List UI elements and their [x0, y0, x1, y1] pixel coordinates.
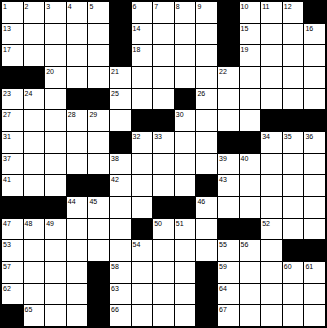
black-square: [304, 110, 325, 131]
clue-number: 48: [25, 219, 33, 228]
grid-cell[interactable]: [132, 197, 153, 218]
grid-cell[interactable]: [67, 305, 88, 326]
clue-number: 45: [89, 197, 97, 206]
grid-cell[interactable]: 47: [2, 219, 23, 240]
grid-cell[interactable]: [218, 89, 239, 110]
grid-cell[interactable]: [175, 305, 196, 326]
clue-number: 18: [133, 45, 141, 54]
clue-number: 8: [176, 2, 180, 11]
crossword-grid: 1234567891011121314151617181920212223242…: [0, 0, 327, 328]
grid-cell[interactable]: [24, 240, 45, 261]
grid-cell[interactable]: 34: [261, 132, 282, 153]
grid-cell[interactable]: [153, 24, 174, 45]
grid-cell[interactable]: [240, 67, 261, 88]
grid-cell[interactable]: 13: [2, 24, 23, 45]
grid-cell[interactable]: [283, 219, 304, 240]
grid-cell[interactable]: [132, 67, 153, 88]
grid-cell[interactable]: [175, 240, 196, 261]
clue-number: 25: [111, 89, 119, 98]
clue-number: 31: [3, 132, 11, 141]
black-square: [196, 262, 217, 283]
grid-cell[interactable]: 5: [88, 2, 109, 23]
grid-cell[interactable]: [240, 305, 261, 326]
grid-cell[interactable]: [153, 154, 174, 175]
grid-cell[interactable]: [304, 305, 325, 326]
grid-cell[interactable]: [261, 240, 282, 261]
grid-cell[interactable]: 43: [218, 175, 239, 196]
grid-cell[interactable]: [261, 89, 282, 110]
clue-number: 5: [89, 2, 93, 11]
grid-cell[interactable]: 6: [132, 2, 153, 23]
grid-cell[interactable]: [261, 262, 282, 283]
clue-number: 11: [262, 2, 269, 11]
clue-number: 62: [3, 284, 11, 293]
grid-cell[interactable]: 39: [218, 154, 239, 175]
grid-cell[interactable]: 16: [304, 24, 325, 45]
grid-cell[interactable]: [283, 24, 304, 45]
grid-cell[interactable]: [132, 154, 153, 175]
clue-number: 14: [133, 24, 141, 33]
grid-cell[interactable]: [153, 305, 174, 326]
grid-cell[interactable]: [175, 154, 196, 175]
grid-cell[interactable]: [283, 89, 304, 110]
grid-cell[interactable]: [45, 175, 66, 196]
grid-cell[interactable]: [24, 24, 45, 45]
grid-cell[interactable]: [110, 197, 131, 218]
grid-cell[interactable]: [110, 240, 131, 261]
grid-cell[interactable]: [240, 89, 261, 110]
grid-cell[interactable]: [175, 24, 196, 45]
black-square: [283, 110, 304, 131]
grid-cell[interactable]: [218, 110, 239, 131]
clue-number: 43: [219, 175, 227, 184]
grid-cell[interactable]: 57: [2, 262, 23, 283]
grid-cell[interactable]: [153, 262, 174, 283]
black-square: [2, 305, 23, 326]
clue-number: 16: [305, 24, 313, 33]
grid-cell[interactable]: 53: [2, 240, 23, 261]
clue-number: 15: [241, 24, 249, 33]
clue-number: 55: [219, 240, 227, 249]
grid-cell[interactable]: 38: [110, 154, 131, 175]
clue-number: 4: [68, 2, 72, 11]
grid-cell[interactable]: 54: [132, 240, 153, 261]
grid-cell[interactable]: [175, 262, 196, 283]
clue-number: 7: [154, 2, 158, 11]
grid-cell[interactable]: 55: [218, 240, 239, 261]
clue-number: 54: [133, 240, 141, 249]
grid-cell[interactable]: 17: [2, 45, 23, 66]
grid-cell[interactable]: [304, 197, 325, 218]
clue-number: 58: [111, 262, 119, 271]
grid-cell[interactable]: 65: [24, 305, 45, 326]
grid-cell[interactable]: 28: [67, 110, 88, 131]
black-square: [153, 197, 174, 218]
clue-number: 26: [197, 89, 205, 98]
grid-cell[interactable]: [240, 197, 261, 218]
black-square: [110, 24, 131, 45]
clue-number: 19: [241, 45, 249, 54]
clue-number: 51: [176, 219, 184, 228]
grid-cell[interactable]: [283, 175, 304, 196]
black-square: [110, 132, 131, 153]
clue-number: 59: [219, 262, 227, 271]
grid-cell[interactable]: 41: [2, 175, 23, 196]
grid-cell[interactable]: [196, 219, 217, 240]
grid-cell[interactable]: [67, 284, 88, 305]
grid-cell[interactable]: [240, 110, 261, 131]
black-square: [110, 2, 131, 23]
black-square: [132, 219, 153, 240]
grid-cell[interactable]: 50: [153, 219, 174, 240]
black-square: [196, 175, 217, 196]
grid-cell[interactable]: 9: [196, 2, 217, 23]
grid-cell[interactable]: 11: [261, 2, 282, 23]
grid-cell[interactable]: 48: [24, 219, 45, 240]
clue-number: 41: [3, 175, 11, 184]
clue-number: 36: [305, 132, 313, 141]
clue-number: 34: [262, 132, 270, 141]
grid-cell[interactable]: [88, 67, 109, 88]
grid-cell[interactable]: 36: [304, 132, 325, 153]
clue-number: 22: [219, 67, 227, 76]
black-square: [24, 67, 45, 88]
grid-cell[interactable]: 42: [110, 175, 131, 196]
grid-cell[interactable]: 23: [2, 89, 23, 110]
grid-cell[interactable]: [261, 284, 282, 305]
grid-cell[interactable]: 40: [240, 154, 261, 175]
grid-cell[interactable]: 3: [45, 2, 66, 23]
grid-cell[interactable]: [45, 24, 66, 45]
clue-number: 33: [154, 132, 162, 141]
grid-cell[interactable]: [67, 132, 88, 153]
grid-cell[interactable]: [67, 24, 88, 45]
black-square: [283, 240, 304, 261]
grid-cell[interactable]: [67, 240, 88, 261]
grid-cell[interactable]: [153, 67, 174, 88]
clue-number: 17: [3, 45, 11, 54]
grid-cell[interactable]: 7: [153, 2, 174, 23]
black-square: [2, 67, 23, 88]
grid-cell[interactable]: 25: [110, 89, 131, 110]
grid-cell[interactable]: [88, 132, 109, 153]
grid-cell[interactable]: [240, 262, 261, 283]
grid-cell[interactable]: [304, 219, 325, 240]
grid-cell[interactable]: 24: [24, 89, 45, 110]
grid-cell[interactable]: 45: [88, 197, 109, 218]
grid-cell[interactable]: [304, 154, 325, 175]
grid-cell[interactable]: 31: [2, 132, 23, 153]
black-square: [110, 45, 131, 66]
clue-number: 1: [3, 2, 7, 11]
grid-cell[interactable]: [283, 284, 304, 305]
grid-cell[interactable]: [132, 89, 153, 110]
black-square: [67, 89, 88, 110]
grid-cell[interactable]: [218, 197, 239, 218]
clue-number: 53: [3, 240, 11, 249]
black-square: [67, 175, 88, 196]
grid-cell[interactable]: [304, 89, 325, 110]
grid-cell[interactable]: [261, 67, 282, 88]
grid-cell[interactable]: [175, 132, 196, 153]
grid-cell[interactable]: 27: [2, 110, 23, 131]
grid-cell[interactable]: [196, 132, 217, 153]
grid-cell[interactable]: [304, 175, 325, 196]
grid-cell[interactable]: 51: [175, 219, 196, 240]
grid-cell[interactable]: [153, 284, 174, 305]
grid-cell[interactable]: 66: [110, 305, 131, 326]
grid-cell[interactable]: [45, 240, 66, 261]
grid-cell[interactable]: 15: [240, 24, 261, 45]
grid-cell[interactable]: 64: [218, 284, 239, 305]
clue-number: 9: [197, 2, 201, 11]
clue-number: 63: [111, 284, 119, 293]
black-square: [24, 197, 45, 218]
grid-cell[interactable]: 22: [218, 67, 239, 88]
grid-cell[interactable]: 63: [110, 284, 131, 305]
grid-cell[interactable]: [88, 240, 109, 261]
grid-cell[interactable]: 52: [261, 219, 282, 240]
grid-cell[interactable]: [304, 45, 325, 66]
black-square: [218, 45, 239, 66]
grid-cell[interactable]: 67: [218, 305, 239, 326]
grid-cell[interactable]: 49: [45, 219, 66, 240]
grid-cell[interactable]: [88, 219, 109, 240]
grid-cell[interactable]: [45, 262, 66, 283]
grid-cell[interactable]: [132, 175, 153, 196]
clue-number: 56: [241, 240, 249, 249]
grid-cell[interactable]: [24, 132, 45, 153]
grid-cell[interactable]: [240, 175, 261, 196]
grid-cell[interactable]: [261, 154, 282, 175]
grid-cell[interactable]: [88, 24, 109, 45]
grid-cell[interactable]: 62: [2, 284, 23, 305]
black-square: [45, 197, 66, 218]
clue-number: 2: [25, 2, 29, 11]
grid-cell[interactable]: [304, 284, 325, 305]
grid-cell[interactable]: [261, 24, 282, 45]
grid-cell[interactable]: 61: [304, 262, 325, 283]
clue-number: 13: [3, 24, 11, 33]
black-square: [88, 262, 109, 283]
clue-number: 10: [241, 2, 249, 11]
grid-cell[interactable]: [261, 197, 282, 218]
grid-cell[interactable]: [175, 67, 196, 88]
clue-number: 30: [176, 110, 184, 119]
black-square: [175, 89, 196, 110]
black-square: [88, 175, 109, 196]
clue-number: 60: [284, 262, 292, 271]
grid-cell[interactable]: 59: [218, 262, 239, 283]
black-square: [218, 132, 239, 153]
grid-cell[interactable]: [261, 305, 282, 326]
clue-number: 42: [111, 175, 119, 184]
clue-number: 67: [219, 305, 227, 314]
grid-cell[interactable]: [67, 219, 88, 240]
grid-cell[interactable]: 10: [240, 2, 261, 23]
grid-cell[interactable]: [67, 262, 88, 283]
grid-cell[interactable]: [45, 305, 66, 326]
clue-number: 64: [219, 284, 227, 293]
black-square: [261, 110, 282, 131]
grid-cell[interactable]: [196, 240, 217, 261]
grid-cell[interactable]: 35: [283, 132, 304, 153]
grid-cell[interactable]: [88, 154, 109, 175]
grid-cell[interactable]: [24, 45, 45, 66]
grid-cell[interactable]: [283, 154, 304, 175]
clue-number: 24: [25, 89, 33, 98]
grid-cell[interactable]: [110, 110, 131, 131]
grid-cell[interactable]: [196, 24, 217, 45]
black-square: [196, 305, 217, 326]
black-square: [218, 24, 239, 45]
clue-number: 52: [262, 219, 270, 228]
black-square: [240, 132, 261, 153]
clue-number: 27: [3, 110, 11, 119]
grid-cell[interactable]: [196, 154, 217, 175]
black-square: [153, 110, 174, 131]
grid-cell[interactable]: 4: [67, 2, 88, 23]
grid-cell[interactable]: [283, 197, 304, 218]
grid-cell[interactable]: 12: [283, 2, 304, 23]
grid-cell[interactable]: 60: [283, 262, 304, 283]
grid-cell[interactable]: [45, 110, 66, 131]
grid-cell[interactable]: [196, 45, 217, 66]
grid-cell[interactable]: [67, 67, 88, 88]
grid-cell[interactable]: 33: [153, 132, 174, 153]
grid-cell[interactable]: [132, 305, 153, 326]
clue-number: 61: [305, 262, 313, 271]
grid-cell[interactable]: [88, 45, 109, 66]
clue-number: 46: [197, 197, 205, 206]
clue-number: 23: [3, 89, 11, 98]
grid-cell[interactable]: [153, 45, 174, 66]
clue-number: 57: [3, 262, 11, 271]
grid-cell[interactable]: [261, 175, 282, 196]
grid-cell[interactable]: [196, 110, 217, 131]
grid-cell[interactable]: 30: [175, 110, 196, 131]
black-square: [2, 197, 23, 218]
black-square: [88, 305, 109, 326]
clue-number: 44: [68, 197, 76, 206]
grid-cell[interactable]: 14: [132, 24, 153, 45]
grid-cell[interactable]: 8: [175, 2, 196, 23]
grid-cell[interactable]: 18: [132, 45, 153, 66]
grid-cell[interactable]: [24, 175, 45, 196]
grid-cell[interactable]: 37: [2, 154, 23, 175]
grid-cell[interactable]: 29: [88, 110, 109, 131]
clue-number: 47: [3, 219, 11, 228]
black-square: [132, 110, 153, 131]
grid-cell[interactable]: [24, 284, 45, 305]
grid-cell[interactable]: [24, 262, 45, 283]
black-square: [218, 2, 239, 23]
grid-cell[interactable]: [153, 240, 174, 261]
grid-cell[interactable]: [132, 262, 153, 283]
grid-cell[interactable]: [45, 89, 66, 110]
grid-cell[interactable]: [24, 154, 45, 175]
clue-number: 12: [284, 2, 292, 11]
grid-cell[interactable]: [153, 175, 174, 196]
grid-cell[interactable]: [153, 89, 174, 110]
grid-cell[interactable]: 21: [110, 67, 131, 88]
grid-cell[interactable]: [175, 284, 196, 305]
grid-cell[interactable]: 1: [2, 2, 23, 23]
grid-cell[interactable]: [261, 45, 282, 66]
grid-cell[interactable]: [45, 132, 66, 153]
grid-cell[interactable]: [175, 45, 196, 66]
clue-number: 21: [111, 67, 119, 76]
grid-cell[interactable]: [132, 284, 153, 305]
grid-cell[interactable]: 32: [132, 132, 153, 153]
clue-number: 32: [133, 132, 141, 141]
clue-number: 6: [133, 2, 137, 11]
grid-cell[interactable]: [67, 154, 88, 175]
grid-cell[interactable]: [283, 305, 304, 326]
clue-number: 39: [219, 154, 227, 163]
clue-number: 3: [46, 2, 50, 11]
grid-cell[interactable]: [196, 67, 217, 88]
clue-number: 50: [154, 219, 162, 228]
grid-cell[interactable]: [45, 45, 66, 66]
grid-cell[interactable]: 56: [240, 240, 261, 261]
black-square: [240, 219, 261, 240]
grid-cell[interactable]: 46: [196, 197, 217, 218]
grid-cell[interactable]: [45, 154, 66, 175]
clue-number: 35: [284, 132, 292, 141]
clue-number: 28: [68, 110, 76, 119]
black-square: [304, 240, 325, 261]
black-square: [196, 284, 217, 305]
grid-cell[interactable]: [110, 219, 131, 240]
grid-cell[interactable]: [283, 45, 304, 66]
grid-cell[interactable]: 44: [67, 197, 88, 218]
black-square: [218, 219, 239, 240]
clue-number: 49: [46, 219, 54, 228]
grid-cell[interactable]: 19: [240, 45, 261, 66]
black-square: [88, 89, 109, 110]
black-square: [88, 284, 109, 305]
clue-number: 40: [241, 154, 249, 163]
grid-cell[interactable]: 20: [45, 67, 66, 88]
clue-number: 20: [46, 67, 54, 76]
black-square: [175, 197, 196, 218]
clue-number: 65: [25, 305, 33, 314]
clue-number: 38: [111, 154, 119, 163]
grid-cell[interactable]: 26: [196, 89, 217, 110]
clue-number: 66: [111, 305, 119, 314]
grid-cell[interactable]: 2: [24, 2, 45, 23]
clue-number: 37: [3, 154, 11, 163]
grid-cell[interactable]: [45, 284, 66, 305]
grid-cell[interactable]: [175, 175, 196, 196]
grid-cell[interactable]: [24, 110, 45, 131]
black-square: [304, 2, 325, 23]
grid-cell[interactable]: 58: [110, 262, 131, 283]
grid-cell[interactable]: [67, 45, 88, 66]
grid-cell[interactable]: [304, 67, 325, 88]
grid-cell[interactable]: [240, 284, 261, 305]
clue-number: 29: [89, 110, 97, 119]
grid-cell[interactable]: [283, 67, 304, 88]
